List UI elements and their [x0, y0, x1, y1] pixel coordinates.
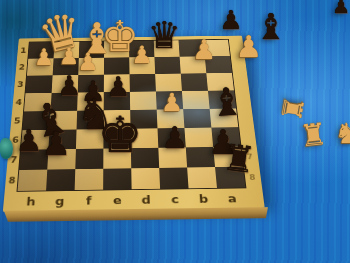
piece-black-pawn-g7[interactable]: ♟ [40, 127, 73, 160]
piece-white-rook-table-right[interactable]: ♜ [297, 119, 330, 152]
square-e8[interactable] [103, 168, 131, 189]
piece-black-king-e7[interactable]: ♚ [95, 110, 145, 160]
piece-black-bishop-a5[interactable]: ♝ [207, 82, 248, 123]
piece-white-knight-table-right[interactable]: ♞ [333, 120, 350, 148]
rank-label-1: 1 [17, 47, 29, 54]
rank-label-8: 8 [5, 176, 18, 185]
piece-white-pawn-h2[interactable]: ♟ [33, 46, 56, 69]
square-d3[interactable] [130, 74, 156, 92]
piece-black-pawn-c7[interactable]: ♟ [160, 123, 190, 153]
piece-white-pawn-d2[interactable]: ♟ [130, 43, 154, 67]
square-d8[interactable] [131, 168, 160, 189]
rank-label-3: 3 [14, 81, 26, 89]
file-label-f: f [74, 193, 103, 206]
file-label-e: e [103, 193, 132, 206]
piece-white-pawn-table-right[interactable]: ♟ [234, 32, 264, 62]
piece-black-rook-a8[interactable]: ♜ [219, 139, 259, 179]
square-h3[interactable] [25, 75, 52, 93]
chessboard-photo-scene: hgfedcba 12345678 78 ♟♛♟♟♝♚♟♟♟♛♟♟♟♝♞♚♟♟♟… [0, 0, 350, 263]
file-label-c: c [160, 192, 189, 205]
rank-label-2: 2 [16, 63, 28, 71]
square-b8[interactable] [187, 167, 217, 188]
file-label-a: a [217, 191, 247, 204]
file-label-h: h [16, 194, 46, 207]
file-label-g: g [45, 194, 74, 207]
piece-white-pawn-c5[interactable]: ♟ [160, 90, 185, 115]
square-h8[interactable] [18, 170, 48, 191]
square-c8[interactable] [159, 167, 188, 188]
file-label-b: b [189, 192, 219, 205]
teal-object [0, 138, 13, 159]
square-g8[interactable] [46, 169, 75, 190]
square-b3[interactable] [181, 73, 208, 91]
square-b4[interactable] [182, 91, 210, 109]
piece-black-pawn-table-top-corner[interactable]: ♟ [331, 0, 350, 16]
square-c2[interactable] [154, 57, 180, 74]
file-label-d: d [132, 193, 161, 206]
piece-white-pawn-b2[interactable]: ♟ [191, 36, 218, 63]
square-f8[interactable] [75, 169, 104, 190]
